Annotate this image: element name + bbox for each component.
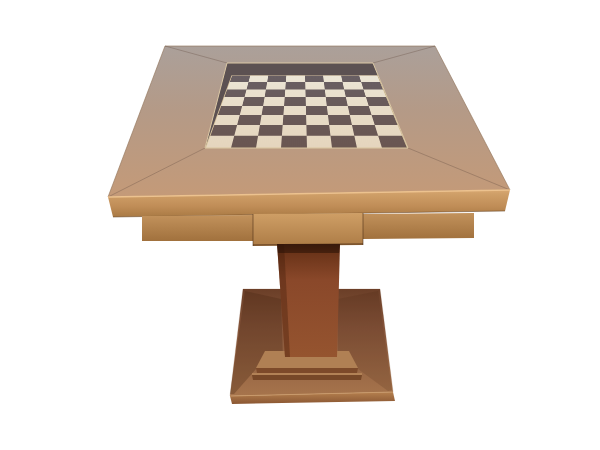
square-c8 (267, 76, 286, 83)
square-c3 (260, 115, 284, 125)
square-e7 (305, 82, 325, 89)
square-a3 (214, 115, 240, 125)
square-c6 (265, 90, 286, 98)
base-step-front (252, 375, 362, 380)
square-e5 (305, 97, 326, 105)
square-b2 (234, 125, 260, 136)
square-a2 (210, 125, 237, 136)
base-step-top (252, 373, 362, 375)
square-g4 (348, 106, 372, 115)
square-g8 (341, 76, 361, 83)
square-b1 (231, 136, 258, 148)
square-c7 (266, 82, 286, 89)
square-a4 (218, 106, 242, 115)
square-e6 (305, 90, 325, 98)
square-d4 (284, 106, 306, 115)
square-c5 (263, 97, 285, 105)
square-g5 (346, 97, 369, 105)
square-d8 (286, 76, 305, 83)
pedestal-cap-front (256, 368, 358, 373)
square-d5 (284, 97, 305, 105)
square-a1 (206, 136, 234, 148)
square-b7 (247, 82, 268, 89)
square-g3 (350, 115, 375, 125)
square-b3 (237, 115, 262, 125)
square-a7 (227, 82, 248, 89)
square-h8 (359, 76, 380, 83)
square-h1 (378, 136, 407, 148)
square-g7 (342, 82, 363, 89)
square-b4 (240, 106, 263, 115)
square-c1 (256, 136, 282, 148)
square-c2 (258, 125, 283, 136)
square-h3 (371, 115, 397, 125)
square-f8 (323, 76, 343, 83)
square-f4 (326, 106, 349, 115)
square-f2 (329, 125, 354, 136)
square-d2 (282, 125, 306, 136)
square-a8 (230, 76, 251, 83)
square-d1 (281, 136, 306, 148)
square-e2 (306, 125, 330, 136)
square-h2 (375, 125, 402, 136)
square-e1 (306, 136, 331, 148)
square-g6 (344, 90, 366, 98)
square-d3 (283, 115, 306, 125)
square-a5 (221, 97, 244, 105)
square-e8 (305, 76, 324, 83)
product-photo (0, 0, 600, 450)
square-f7 (324, 82, 344, 89)
square-h4 (369, 106, 394, 115)
drawer-front (253, 213, 363, 246)
chess-board-perspective (205, 0, 408, 148)
square-f1 (330, 136, 357, 148)
square-f5 (325, 97, 347, 105)
square-g2 (352, 125, 378, 136)
square-h7 (361, 82, 383, 89)
square-c4 (262, 106, 285, 115)
apron-left (142, 215, 253, 241)
square-f6 (325, 90, 346, 98)
apron-right (363, 213, 474, 239)
square-d6 (285, 90, 305, 98)
chess-board (205, 75, 408, 148)
square-e3 (306, 115, 329, 125)
column-top-shadow (277, 244, 340, 253)
square-h5 (366, 97, 390, 105)
square-b8 (249, 76, 269, 83)
square-b5 (242, 97, 264, 105)
square-b6 (245, 90, 267, 98)
square-f3 (328, 115, 352, 125)
square-e4 (305, 106, 327, 115)
square-a6 (224, 90, 246, 98)
square-d7 (286, 82, 305, 89)
square-h6 (363, 90, 386, 98)
